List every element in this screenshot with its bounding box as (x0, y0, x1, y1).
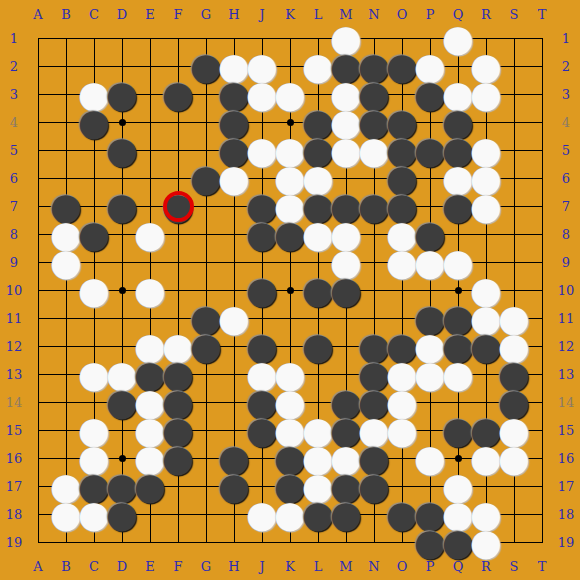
point-E4[interactable] (136, 108, 164, 136)
point-H10[interactable] (220, 276, 248, 304)
point-A11[interactable] (24, 304, 52, 332)
point-E5[interactable] (136, 136, 164, 164)
point-Q8[interactable] (444, 220, 472, 248)
point-B6[interactable] (52, 164, 80, 192)
point-N11[interactable] (360, 304, 388, 332)
point-H7[interactable] (220, 192, 248, 220)
stone-S16-white[interactable]: ● (500, 444, 528, 472)
point-B16[interactable] (52, 444, 80, 472)
point-A10[interactable] (24, 276, 52, 304)
point-B11[interactable] (52, 304, 80, 332)
stone-E10-white[interactable]: ● (136, 276, 164, 304)
point-B15[interactable] (52, 416, 80, 444)
stone-O9-white[interactable]: ● (388, 248, 416, 276)
point-G16[interactable] (192, 444, 220, 472)
stone-Q19-black[interactable]: ● (444, 528, 472, 556)
point-D10[interactable] (108, 276, 136, 304)
point-A12[interactable] (24, 332, 52, 360)
stone-J2-white[interactable]: ● (248, 52, 276, 80)
point-D8[interactable] (108, 220, 136, 248)
stone-P9-white[interactable]: ● (416, 248, 444, 276)
point-A6[interactable] (24, 164, 52, 192)
point-N19[interactable] (360, 528, 388, 556)
stone-O4-black[interactable]: ● (388, 108, 416, 136)
point-G9[interactable] (192, 248, 220, 276)
stone-K7-white[interactable]: ● (276, 192, 304, 220)
stone-Q18-white[interactable]: ● (444, 500, 472, 528)
point-O10[interactable] (388, 276, 416, 304)
point-Q2[interactable] (444, 52, 472, 80)
point-G3[interactable] (192, 80, 220, 108)
stone-M1-white[interactable]: ● (332, 24, 360, 52)
point-F10[interactable] (164, 276, 192, 304)
stone-C18-white[interactable]: ● (80, 500, 108, 528)
stone-R19-white[interactable]: ● (472, 528, 500, 556)
stone-L8-white[interactable]: ● (304, 220, 332, 248)
stone-Q11-black[interactable]: ● (444, 304, 472, 332)
stone-K5-white[interactable]: ● (276, 136, 304, 164)
stone-H11-white[interactable]: ● (220, 304, 248, 332)
stone-K16-black[interactable]: ● (276, 444, 304, 472)
point-E7[interactable] (136, 192, 164, 220)
stone-R18-white[interactable]: ● (472, 500, 500, 528)
point-A2[interactable] (24, 52, 52, 80)
point-T12[interactable] (528, 332, 556, 360)
stone-M15-black[interactable]: ● (332, 416, 360, 444)
stone-F14-black[interactable]: ● (164, 388, 192, 416)
stone-K8-black[interactable]: ● (276, 220, 304, 248)
point-N8[interactable] (360, 220, 388, 248)
stone-N4-black[interactable]: ● (360, 108, 388, 136)
stone-L7-black[interactable]: ● (304, 192, 332, 220)
point-K4[interactable] (276, 108, 304, 136)
point-C6[interactable] (80, 164, 108, 192)
stone-Q5-black[interactable]: ● (444, 136, 472, 164)
stone-R15-black[interactable]: ● (472, 416, 500, 444)
stone-O15-white[interactable]: ● (388, 416, 416, 444)
stone-J14-black[interactable]: ● (248, 388, 276, 416)
stone-L15-white[interactable]: ● (304, 416, 332, 444)
stone-Q4-black[interactable]: ● (444, 108, 472, 136)
stone-B9-white[interactable]: ● (52, 248, 80, 276)
stone-Q12-black[interactable]: ● (444, 332, 472, 360)
point-C12[interactable] (80, 332, 108, 360)
stone-O6-black[interactable]: ● (388, 164, 416, 192)
point-K1[interactable] (276, 24, 304, 52)
point-G4[interactable] (192, 108, 220, 136)
point-J11[interactable] (248, 304, 276, 332)
point-K2[interactable] (276, 52, 304, 80)
stone-D18-black[interactable]: ● (108, 500, 136, 528)
point-G7[interactable] (192, 192, 220, 220)
stone-E14-white[interactable]: ● (136, 388, 164, 416)
stone-Q7-black[interactable]: ● (444, 192, 472, 220)
point-A3[interactable] (24, 80, 52, 108)
stone-L6-white[interactable]: ● (304, 164, 332, 192)
point-E2[interactable] (136, 52, 164, 80)
stone-K3-white[interactable]: ● (276, 80, 304, 108)
point-E9[interactable] (136, 248, 164, 276)
point-E11[interactable] (136, 304, 164, 332)
stone-N7-black[interactable]: ● (360, 192, 388, 220)
point-F11[interactable] (164, 304, 192, 332)
stone-C13-white[interactable]: ● (80, 360, 108, 388)
point-T14[interactable] (528, 388, 556, 416)
point-S3[interactable] (500, 80, 528, 108)
point-G17[interactable] (192, 472, 220, 500)
point-G15[interactable] (192, 416, 220, 444)
point-T4[interactable] (528, 108, 556, 136)
point-B2[interactable] (52, 52, 80, 80)
point-L14[interactable] (304, 388, 332, 416)
point-K11[interactable] (276, 304, 304, 332)
stone-J12-black[interactable]: ● (248, 332, 276, 360)
stone-Q6-white[interactable]: ● (444, 164, 472, 192)
point-L11[interactable] (304, 304, 332, 332)
stone-N17-black[interactable]: ● (360, 472, 388, 500)
point-J4[interactable] (248, 108, 276, 136)
stone-G12-black[interactable]: ● (192, 332, 220, 360)
stone-N3-black[interactable]: ● (360, 80, 388, 108)
stone-P12-white[interactable]: ● (416, 332, 444, 360)
stone-J5-white[interactable]: ● (248, 136, 276, 164)
point-P1[interactable] (416, 24, 444, 52)
point-L9[interactable] (304, 248, 332, 276)
stone-H3-black[interactable]: ● (220, 80, 248, 108)
stone-F7-black[interactable]: ● (164, 192, 192, 220)
stone-L17-white[interactable]: ● (304, 472, 332, 500)
point-T11[interactable] (528, 304, 556, 332)
point-A9[interactable] (24, 248, 52, 276)
point-J16[interactable] (248, 444, 276, 472)
stone-J8-black[interactable]: ● (248, 220, 276, 248)
stone-S13-black[interactable]: ● (500, 360, 528, 388)
stone-M18-black[interactable]: ● (332, 500, 360, 528)
stone-P3-black[interactable]: ● (416, 80, 444, 108)
point-D1[interactable] (108, 24, 136, 52)
point-C11[interactable] (80, 304, 108, 332)
stone-R6-white[interactable]: ● (472, 164, 500, 192)
stone-P2-white[interactable]: ● (416, 52, 444, 80)
point-C19[interactable] (80, 528, 108, 556)
point-D2[interactable] (108, 52, 136, 80)
stone-H5-black[interactable]: ● (220, 136, 248, 164)
point-S17[interactable] (500, 472, 528, 500)
stone-K18-white[interactable]: ● (276, 500, 304, 528)
stone-D14-black[interactable]: ● (108, 388, 136, 416)
point-D6[interactable] (108, 164, 136, 192)
stone-G11-black[interactable]: ● (192, 304, 220, 332)
stone-K14-white[interactable]: ● (276, 388, 304, 416)
stone-P18-black[interactable]: ● (416, 500, 444, 528)
point-T9[interactable] (528, 248, 556, 276)
stone-C10-white[interactable]: ● (80, 276, 108, 304)
point-N1[interactable] (360, 24, 388, 52)
point-P7[interactable] (416, 192, 444, 220)
point-L3[interactable] (304, 80, 332, 108)
point-D16[interactable] (108, 444, 136, 472)
stone-M16-white[interactable]: ● (332, 444, 360, 472)
point-A1[interactable] (24, 24, 52, 52)
stone-F3-black[interactable]: ● (164, 80, 192, 108)
point-C1[interactable] (80, 24, 108, 52)
point-B14[interactable] (52, 388, 80, 416)
point-N9[interactable] (360, 248, 388, 276)
stone-S12-white[interactable]: ● (500, 332, 528, 360)
stone-Q3-white[interactable]: ● (444, 80, 472, 108)
point-R14[interactable] (472, 388, 500, 416)
stone-D13-white[interactable]: ● (108, 360, 136, 388)
stone-R5-white[interactable]: ● (472, 136, 500, 164)
stone-L10-black[interactable]: ● (304, 276, 332, 304)
stone-L4-black[interactable]: ● (304, 108, 332, 136)
point-H15[interactable] (220, 416, 248, 444)
point-R1[interactable] (472, 24, 500, 52)
stone-S11-white[interactable]: ● (500, 304, 528, 332)
point-O16[interactable] (388, 444, 416, 472)
point-M6[interactable] (332, 164, 360, 192)
stone-J13-white[interactable]: ● (248, 360, 276, 388)
point-D4[interactable] (108, 108, 136, 136)
point-A8[interactable] (24, 220, 52, 248)
stone-O5-black[interactable]: ● (388, 136, 416, 164)
point-F18[interactable] (164, 500, 192, 528)
stone-M5-white[interactable]: ● (332, 136, 360, 164)
stone-E15-white[interactable]: ● (136, 416, 164, 444)
point-E18[interactable] (136, 500, 164, 528)
point-G10[interactable] (192, 276, 220, 304)
point-S5[interactable] (500, 136, 528, 164)
stone-E13-black[interactable]: ● (136, 360, 164, 388)
point-T10[interactable] (528, 276, 556, 304)
stone-N5-white[interactable]: ● (360, 136, 388, 164)
point-B1[interactable] (52, 24, 80, 52)
stone-E12-white[interactable]: ● (136, 332, 164, 360)
point-M13[interactable] (332, 360, 360, 388)
point-F1[interactable] (164, 24, 192, 52)
stone-J10-black[interactable]: ● (248, 276, 276, 304)
stone-M10-black[interactable]: ● (332, 276, 360, 304)
point-H18[interactable] (220, 500, 248, 528)
point-K9[interactable] (276, 248, 304, 276)
point-F2[interactable] (164, 52, 192, 80)
stone-H16-black[interactable]: ● (220, 444, 248, 472)
stone-F13-black[interactable]: ● (164, 360, 192, 388)
point-S4[interactable] (500, 108, 528, 136)
point-B4[interactable] (52, 108, 80, 136)
point-A18[interactable] (24, 500, 52, 528)
stone-B18-white[interactable]: ● (52, 500, 80, 528)
stone-Q15-black[interactable]: ● (444, 416, 472, 444)
stone-G2-black[interactable]: ● (192, 52, 220, 80)
stone-Q1-white[interactable]: ● (444, 24, 472, 52)
point-A5[interactable] (24, 136, 52, 164)
point-G1[interactable] (192, 24, 220, 52)
point-B12[interactable] (52, 332, 80, 360)
point-N18[interactable] (360, 500, 388, 528)
point-L19[interactable] (304, 528, 332, 556)
point-B19[interactable] (52, 528, 80, 556)
point-F8[interactable] (164, 220, 192, 248)
stone-B8-white[interactable]: ● (52, 220, 80, 248)
point-B13[interactable] (52, 360, 80, 388)
stone-E17-black[interactable]: ● (136, 472, 164, 500)
stone-P19-black[interactable]: ● (416, 528, 444, 556)
point-T18[interactable] (528, 500, 556, 528)
stone-R2-white[interactable]: ● (472, 52, 500, 80)
stone-N13-black[interactable]: ● (360, 360, 388, 388)
stone-B7-black[interactable]: ● (52, 192, 80, 220)
stone-K15-white[interactable]: ● (276, 416, 304, 444)
stone-M17-black[interactable]: ● (332, 472, 360, 500)
point-T15[interactable] (528, 416, 556, 444)
point-B3[interactable] (52, 80, 80, 108)
stone-H6-white[interactable]: ● (220, 164, 248, 192)
point-G5[interactable] (192, 136, 220, 164)
stone-J3-white[interactable]: ● (248, 80, 276, 108)
point-T8[interactable] (528, 220, 556, 248)
stone-L18-black[interactable]: ● (304, 500, 332, 528)
stone-K13-white[interactable]: ● (276, 360, 304, 388)
point-B10[interactable] (52, 276, 80, 304)
stone-O8-white[interactable]: ● (388, 220, 416, 248)
point-C14[interactable] (80, 388, 108, 416)
point-S7[interactable] (500, 192, 528, 220)
stone-E8-white[interactable]: ● (136, 220, 164, 248)
stone-L12-black[interactable]: ● (304, 332, 332, 360)
stone-D5-black[interactable]: ● (108, 136, 136, 164)
point-J19[interactable] (248, 528, 276, 556)
stone-P16-white[interactable]: ● (416, 444, 444, 472)
stone-M3-white[interactable]: ● (332, 80, 360, 108)
point-J17[interactable] (248, 472, 276, 500)
point-P15[interactable] (416, 416, 444, 444)
stone-O18-black[interactable]: ● (388, 500, 416, 528)
point-D9[interactable] (108, 248, 136, 276)
point-P6[interactable] (416, 164, 444, 192)
point-S9[interactable] (500, 248, 528, 276)
point-D19[interactable] (108, 528, 136, 556)
point-H13[interactable] (220, 360, 248, 388)
point-A16[interactable] (24, 444, 52, 472)
point-N10[interactable] (360, 276, 388, 304)
stone-R16-white[interactable]: ● (472, 444, 500, 472)
point-H8[interactable] (220, 220, 248, 248)
point-G13[interactable] (192, 360, 220, 388)
point-T6[interactable] (528, 164, 556, 192)
stone-N12-black[interactable]: ● (360, 332, 388, 360)
stone-F16-black[interactable]: ● (164, 444, 192, 472)
point-G19[interactable] (192, 528, 220, 556)
stone-J18-white[interactable]: ● (248, 500, 276, 528)
stone-N15-white[interactable]: ● (360, 416, 388, 444)
stone-L2-white[interactable]: ● (304, 52, 332, 80)
stone-D3-black[interactable]: ● (108, 80, 136, 108)
point-R17[interactable] (472, 472, 500, 500)
point-S1[interactable] (500, 24, 528, 52)
stone-R11-white[interactable]: ● (472, 304, 500, 332)
stone-N16-black[interactable]: ● (360, 444, 388, 472)
stone-F15-black[interactable]: ● (164, 416, 192, 444)
point-S19[interactable] (500, 528, 528, 556)
stone-L16-white[interactable]: ● (304, 444, 332, 472)
point-Q10[interactable] (444, 276, 472, 304)
stone-P5-black[interactable]: ● (416, 136, 444, 164)
stone-M9-white[interactable]: ● (332, 248, 360, 276)
point-P10[interactable] (416, 276, 444, 304)
stone-R7-white[interactable]: ● (472, 192, 500, 220)
point-F17[interactable] (164, 472, 192, 500)
point-A7[interactable] (24, 192, 52, 220)
stone-R3-white[interactable]: ● (472, 80, 500, 108)
stone-E16-white[interactable]: ● (136, 444, 164, 472)
point-R8[interactable] (472, 220, 500, 248)
point-G14[interactable] (192, 388, 220, 416)
stone-C4-black[interactable]: ● (80, 108, 108, 136)
point-C5[interactable] (80, 136, 108, 164)
stone-H2-white[interactable]: ● (220, 52, 248, 80)
point-O3[interactable] (388, 80, 416, 108)
point-T5[interactable] (528, 136, 556, 164)
point-E3[interactable] (136, 80, 164, 108)
point-O11[interactable] (388, 304, 416, 332)
stone-D7-black[interactable]: ● (108, 192, 136, 220)
point-R4[interactable] (472, 108, 500, 136)
point-H1[interactable] (220, 24, 248, 52)
point-T1[interactable] (528, 24, 556, 52)
stone-J7-black[interactable]: ● (248, 192, 276, 220)
point-A4[interactable] (24, 108, 52, 136)
point-T19[interactable] (528, 528, 556, 556)
stone-J15-black[interactable]: ● (248, 416, 276, 444)
point-G18[interactable] (192, 500, 220, 528)
point-D15[interactable] (108, 416, 136, 444)
point-T7[interactable] (528, 192, 556, 220)
point-B5[interactable] (52, 136, 80, 164)
point-E1[interactable] (136, 24, 164, 52)
stone-O14-white[interactable]: ● (388, 388, 416, 416)
point-K19[interactable] (276, 528, 304, 556)
point-S2[interactable] (500, 52, 528, 80)
point-N6[interactable] (360, 164, 388, 192)
point-P4[interactable] (416, 108, 444, 136)
stone-C17-black[interactable]: ● (80, 472, 108, 500)
point-T13[interactable] (528, 360, 556, 388)
stone-B17-white[interactable]: ● (52, 472, 80, 500)
stone-O12-black[interactable]: ● (388, 332, 416, 360)
stone-M2-black[interactable]: ● (332, 52, 360, 80)
stone-L5-black[interactable]: ● (304, 136, 332, 164)
point-H12[interactable] (220, 332, 248, 360)
point-T16[interactable] (528, 444, 556, 472)
point-H9[interactable] (220, 248, 248, 276)
point-G8[interactable] (192, 220, 220, 248)
stone-S14-black[interactable]: ● (500, 388, 528, 416)
point-R9[interactable] (472, 248, 500, 276)
point-J6[interactable] (248, 164, 276, 192)
point-E6[interactable] (136, 164, 164, 192)
point-H14[interactable] (220, 388, 248, 416)
stone-C16-white[interactable]: ● (80, 444, 108, 472)
point-H19[interactable] (220, 528, 248, 556)
point-A13[interactable] (24, 360, 52, 388)
point-F5[interactable] (164, 136, 192, 164)
stone-C8-black[interactable]: ● (80, 220, 108, 248)
point-Q16[interactable] (444, 444, 472, 472)
point-L1[interactable] (304, 24, 332, 52)
point-M12[interactable] (332, 332, 360, 360)
stone-H4-black[interactable]: ● (220, 108, 248, 136)
